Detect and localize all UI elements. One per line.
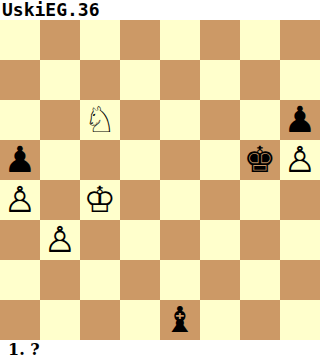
white-king-c4[interactable]: ♔ bbox=[84, 180, 116, 220]
black-king-g5[interactable]: ♚ bbox=[244, 140, 276, 180]
square-h8[interactable] bbox=[280, 20, 320, 60]
square-d2[interactable] bbox=[120, 260, 160, 300]
square-b3[interactable]: ♙ bbox=[40, 220, 80, 260]
square-c5[interactable] bbox=[80, 140, 120, 180]
square-c8[interactable] bbox=[80, 20, 120, 60]
square-g2[interactable] bbox=[240, 260, 280, 300]
square-f2[interactable] bbox=[200, 260, 240, 300]
black-pawn-h6[interactable]: ♟ bbox=[284, 100, 316, 140]
square-a4[interactable]: ♙ bbox=[0, 180, 40, 220]
square-g6[interactable] bbox=[240, 100, 280, 140]
square-h4[interactable] bbox=[280, 180, 320, 220]
square-a7[interactable] bbox=[0, 60, 40, 100]
square-a8[interactable] bbox=[0, 20, 40, 60]
square-g3[interactable] bbox=[240, 220, 280, 260]
diagram-title: UskiEG.36 bbox=[0, 0, 320, 20]
square-f4[interactable] bbox=[200, 180, 240, 220]
white-knight-c6[interactable]: ♘ bbox=[84, 100, 116, 140]
square-h6[interactable]: ♟ bbox=[280, 100, 320, 140]
black-bishop-e1[interactable]: ♝ bbox=[164, 300, 196, 340]
white-pawn-a4[interactable]: ♙ bbox=[4, 180, 36, 220]
square-a1[interactable] bbox=[0, 300, 40, 340]
square-b5[interactable] bbox=[40, 140, 80, 180]
square-d1[interactable] bbox=[120, 300, 160, 340]
square-g8[interactable] bbox=[240, 20, 280, 60]
square-c6[interactable]: ♘ bbox=[80, 100, 120, 140]
square-d5[interactable] bbox=[120, 140, 160, 180]
move-prompt: 1. ? bbox=[0, 340, 320, 360]
square-f8[interactable] bbox=[200, 20, 240, 60]
square-c4[interactable]: ♔ bbox=[80, 180, 120, 220]
square-c7[interactable] bbox=[80, 60, 120, 100]
chess-diagram-page: UskiEG.36 ♘♟♟♚♙♙♔♙♝ 1. ? bbox=[0, 0, 320, 360]
square-g1[interactable] bbox=[240, 300, 280, 340]
square-d7[interactable] bbox=[120, 60, 160, 100]
square-f3[interactable] bbox=[200, 220, 240, 260]
square-b2[interactable] bbox=[40, 260, 80, 300]
square-d3[interactable] bbox=[120, 220, 160, 260]
square-a3[interactable] bbox=[0, 220, 40, 260]
square-h5[interactable]: ♙ bbox=[280, 140, 320, 180]
square-h2[interactable] bbox=[280, 260, 320, 300]
square-b6[interactable] bbox=[40, 100, 80, 140]
square-g5[interactable]: ♚ bbox=[240, 140, 280, 180]
square-a6[interactable] bbox=[0, 100, 40, 140]
square-d8[interactable] bbox=[120, 20, 160, 60]
square-c2[interactable] bbox=[80, 260, 120, 300]
square-e8[interactable] bbox=[160, 20, 200, 60]
square-c3[interactable] bbox=[80, 220, 120, 260]
square-e2[interactable] bbox=[160, 260, 200, 300]
square-a2[interactable] bbox=[0, 260, 40, 300]
square-f6[interactable] bbox=[200, 100, 240, 140]
square-e7[interactable] bbox=[160, 60, 200, 100]
square-h7[interactable] bbox=[280, 60, 320, 100]
chess-board: ♘♟♟♚♙♙♔♙♝ bbox=[0, 20, 320, 340]
square-a5[interactable]: ♟ bbox=[0, 140, 40, 180]
square-g7[interactable] bbox=[240, 60, 280, 100]
square-e1[interactable]: ♝ bbox=[160, 300, 200, 340]
square-b8[interactable] bbox=[40, 20, 80, 60]
white-pawn-b3[interactable]: ♙ bbox=[44, 220, 76, 260]
square-d6[interactable] bbox=[120, 100, 160, 140]
square-e4[interactable] bbox=[160, 180, 200, 220]
square-f7[interactable] bbox=[200, 60, 240, 100]
square-g4[interactable] bbox=[240, 180, 280, 220]
square-h3[interactable] bbox=[280, 220, 320, 260]
square-b4[interactable] bbox=[40, 180, 80, 220]
black-pawn-a5[interactable]: ♟ bbox=[4, 140, 36, 180]
square-e5[interactable] bbox=[160, 140, 200, 180]
square-f1[interactable] bbox=[200, 300, 240, 340]
square-h1[interactable] bbox=[280, 300, 320, 340]
square-e3[interactable] bbox=[160, 220, 200, 260]
white-pawn-h5[interactable]: ♙ bbox=[284, 140, 316, 180]
square-e6[interactable] bbox=[160, 100, 200, 140]
square-d4[interactable] bbox=[120, 180, 160, 220]
square-b1[interactable] bbox=[40, 300, 80, 340]
square-c1[interactable] bbox=[80, 300, 120, 340]
square-b7[interactable] bbox=[40, 60, 80, 100]
square-f5[interactable] bbox=[200, 140, 240, 180]
